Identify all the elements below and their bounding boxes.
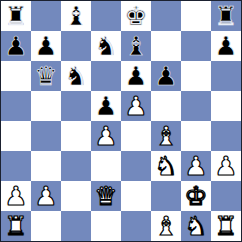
square-f3[interactable]: ♞	[151, 151, 181, 181]
black-pawn: ♟	[94, 91, 117, 121]
square-g2[interactable]: ♚	[181, 181, 211, 211]
black-queen: ♛	[34, 61, 57, 91]
square-g8[interactable]	[181, 1, 211, 31]
square-e4[interactable]	[121, 121, 151, 151]
square-c4[interactable]	[61, 121, 91, 151]
square-a6[interactable]	[1, 61, 31, 91]
square-d3[interactable]	[91, 151, 121, 181]
square-a2[interactable]: ♟	[1, 181, 31, 211]
square-g6[interactable]	[181, 61, 211, 91]
square-f1[interactable]: ♝	[151, 211, 181, 241]
square-h5[interactable]	[211, 91, 241, 121]
square-g5[interactable]	[181, 91, 211, 121]
white-rook: ♜	[214, 211, 237, 241]
white-pawn: ♟	[124, 91, 147, 121]
square-b8[interactable]	[31, 1, 61, 31]
black-knight: ♞	[94, 31, 117, 61]
square-a7[interactable]: ♟	[1, 31, 31, 61]
square-a5[interactable]	[1, 91, 31, 121]
square-f6[interactable]: ♟	[151, 61, 181, 91]
square-b6[interactable]: ♛	[31, 61, 61, 91]
square-c6[interactable]: ♞	[61, 61, 91, 91]
black-pawn: ♟	[214, 31, 237, 61]
square-b1[interactable]	[31, 211, 61, 241]
square-c8[interactable]: ♝	[61, 1, 91, 31]
square-h6[interactable]	[211, 61, 241, 91]
white-pawn: ♟	[184, 151, 207, 181]
square-c3[interactable]	[61, 151, 91, 181]
black-bishop: ♝	[124, 31, 147, 61]
white-pawn: ♟	[214, 151, 237, 181]
square-a4[interactable]	[1, 121, 31, 151]
white-king: ♚	[184, 181, 207, 211]
square-e7[interactable]: ♝	[121, 31, 151, 61]
square-b2[interactable]: ♟	[31, 181, 61, 211]
square-d6[interactable]	[91, 61, 121, 91]
square-a8[interactable]: ♜	[1, 1, 31, 31]
square-c7[interactable]	[61, 31, 91, 61]
black-pawn: ♟	[154, 61, 177, 91]
square-g7[interactable]	[181, 31, 211, 61]
black-rook: ♜	[4, 1, 27, 31]
white-queen: ♛	[94, 181, 117, 211]
white-knight: ♞	[154, 151, 177, 181]
black-bishop: ♝	[64, 1, 87, 31]
square-g1[interactable]: ♞	[181, 211, 211, 241]
square-c1[interactable]	[61, 211, 91, 241]
square-h8[interactable]: ♜	[211, 1, 241, 31]
square-c5[interactable]	[61, 91, 91, 121]
square-g4[interactable]	[181, 121, 211, 151]
square-b7[interactable]: ♟	[31, 31, 61, 61]
white-pawn: ♟	[94, 121, 117, 151]
square-e2[interactable]	[121, 181, 151, 211]
square-d2[interactable]: ♛	[91, 181, 121, 211]
white-knight: ♞	[184, 211, 207, 241]
square-f2[interactable]	[151, 181, 181, 211]
square-h3[interactable]: ♟	[211, 151, 241, 181]
square-f8[interactable]	[151, 1, 181, 31]
square-d8[interactable]	[91, 1, 121, 31]
square-f4[interactable]: ♝	[151, 121, 181, 151]
black-pawn: ♟	[124, 61, 147, 91]
black-king: ♚	[124, 1, 147, 31]
square-b5[interactable]	[31, 91, 61, 121]
square-d7[interactable]: ♞	[91, 31, 121, 61]
square-c2[interactable]	[61, 181, 91, 211]
square-e6[interactable]: ♟	[121, 61, 151, 91]
square-f5[interactable]	[151, 91, 181, 121]
square-g3[interactable]: ♟	[181, 151, 211, 181]
square-a1[interactable]: ♜	[1, 211, 31, 241]
white-pawn: ♟	[4, 181, 27, 211]
square-e3[interactable]	[121, 151, 151, 181]
square-f7[interactable]	[151, 31, 181, 61]
white-bishop: ♝	[154, 121, 177, 151]
square-e8[interactable]: ♚	[121, 1, 151, 31]
black-knight: ♞	[64, 61, 87, 91]
black-pawn: ♟	[34, 31, 57, 61]
white-rook: ♜	[4, 211, 27, 241]
square-b4[interactable]	[31, 121, 61, 151]
square-a3[interactable]	[1, 151, 31, 181]
black-rook: ♜	[214, 1, 237, 31]
square-h7[interactable]: ♟	[211, 31, 241, 61]
chess-board: ♜♝♚♜♟♟♞♝♟♛♞♟♟♟♟♟♝♞♟♟♟♟♛♚♜♝♞♜	[0, 0, 242, 242]
white-pawn: ♟	[34, 181, 57, 211]
square-e1[interactable]	[121, 211, 151, 241]
square-d4[interactable]: ♟	[91, 121, 121, 151]
square-d1[interactable]	[91, 211, 121, 241]
square-h1[interactable]: ♜	[211, 211, 241, 241]
white-bishop: ♝	[154, 211, 177, 241]
square-b3[interactable]	[31, 151, 61, 181]
square-h4[interactable]	[211, 121, 241, 151]
square-d5[interactable]: ♟	[91, 91, 121, 121]
black-pawn: ♟	[4, 31, 27, 61]
square-h2[interactable]	[211, 181, 241, 211]
square-e5[interactable]: ♟	[121, 91, 151, 121]
